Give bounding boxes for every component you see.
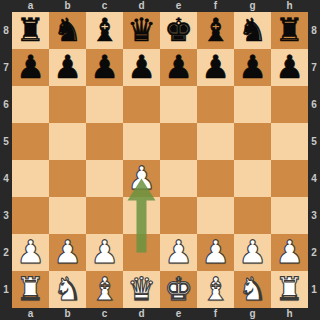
coord-label-4: 4 bbox=[0, 160, 12, 197]
coord-label-5: 5 bbox=[308, 123, 320, 160]
square-b7[interactable]: ♟ bbox=[49, 49, 86, 86]
piece-black-rook-a8[interactable]: ♜ bbox=[12, 12, 49, 49]
piece-black-knight-b8[interactable]: ♞ bbox=[49, 12, 86, 49]
square-f7[interactable]: ♟ bbox=[197, 49, 234, 86]
piece-white-rook-h1[interactable]: ♜ bbox=[271, 271, 308, 308]
piece-white-rook-a1[interactable]: ♜ bbox=[12, 271, 49, 308]
square-c1[interactable]: ♝ bbox=[86, 271, 123, 308]
square-h4[interactable] bbox=[271, 160, 308, 197]
square-e5[interactable] bbox=[160, 123, 197, 160]
square-b1[interactable]: ♞ bbox=[49, 271, 86, 308]
coord-label-e: e bbox=[160, 308, 197, 320]
square-e7[interactable]: ♟ bbox=[160, 49, 197, 86]
square-a1[interactable]: ♜ bbox=[12, 271, 49, 308]
square-d6[interactable] bbox=[123, 86, 160, 123]
square-c6[interactable] bbox=[86, 86, 123, 123]
square-c4[interactable] bbox=[86, 160, 123, 197]
square-b8[interactable]: ♞ bbox=[49, 12, 86, 49]
square-c3[interactable] bbox=[86, 197, 123, 234]
square-b4[interactable] bbox=[49, 160, 86, 197]
square-f1[interactable]: ♝ bbox=[197, 271, 234, 308]
coord-label-8: 8 bbox=[0, 12, 12, 49]
piece-black-pawn-a7[interactable]: ♟ bbox=[12, 49, 49, 86]
piece-black-queen-d8[interactable]: ♛ bbox=[123, 12, 160, 49]
coord-label-8: 8 bbox=[308, 12, 320, 49]
coord-label-b: b bbox=[49, 308, 86, 320]
piece-black-pawn-b7[interactable]: ♟ bbox=[49, 49, 86, 86]
file-labels-bottom: abcdefgh bbox=[12, 308, 308, 320]
piece-black-knight-g8[interactable]: ♞ bbox=[234, 12, 271, 49]
rank-labels-left: 87654321 bbox=[0, 12, 12, 308]
square-c8[interactable]: ♝ bbox=[86, 12, 123, 49]
coord-label-7: 7 bbox=[308, 49, 320, 86]
square-e6[interactable] bbox=[160, 86, 197, 123]
square-b2[interactable]: ♟ bbox=[49, 234, 86, 271]
chess-board: ♜♞♝♛♚♝♞♜♟♟♟♟♟♟♟♟♟♟♟♟♟♟♟♟♜♞♝♛♚♝♞♜ bbox=[12, 12, 308, 308]
square-d5[interactable] bbox=[123, 123, 160, 160]
coord-label-f: f bbox=[197, 308, 234, 320]
square-h3[interactable] bbox=[271, 197, 308, 234]
piece-black-pawn-e7[interactable]: ♟ bbox=[160, 49, 197, 86]
piece-black-pawn-c7[interactable]: ♟ bbox=[86, 49, 123, 86]
rank-labels-right: 87654321 bbox=[308, 12, 320, 308]
coord-label-2: 2 bbox=[308, 234, 320, 271]
piece-black-pawn-h7[interactable]: ♟ bbox=[271, 49, 308, 86]
chess-board-frame: abcdefgh 87654321 87654321 abcdefgh ♜♞♝♛… bbox=[0, 0, 320, 320]
square-e2[interactable]: ♟ bbox=[160, 234, 197, 271]
square-g5[interactable] bbox=[234, 123, 271, 160]
square-d2[interactable] bbox=[123, 234, 160, 271]
square-f2[interactable]: ♟ bbox=[197, 234, 234, 271]
coord-label-1: 1 bbox=[308, 271, 320, 308]
square-a4[interactable] bbox=[12, 160, 49, 197]
coord-label-h: h bbox=[271, 308, 308, 320]
square-f4[interactable] bbox=[197, 160, 234, 197]
square-d7[interactable]: ♟ bbox=[123, 49, 160, 86]
square-h8[interactable]: ♜ bbox=[271, 12, 308, 49]
square-g8[interactable]: ♞ bbox=[234, 12, 271, 49]
piece-black-pawn-g7[interactable]: ♟ bbox=[234, 49, 271, 86]
square-h7[interactable]: ♟ bbox=[271, 49, 308, 86]
coord-label-7: 7 bbox=[0, 49, 12, 86]
coord-label-2: 2 bbox=[0, 234, 12, 271]
square-a2[interactable]: ♟ bbox=[12, 234, 49, 271]
square-d3[interactable] bbox=[123, 197, 160, 234]
square-f6[interactable] bbox=[197, 86, 234, 123]
square-g4[interactable] bbox=[234, 160, 271, 197]
piece-white-pawn-h2[interactable]: ♟ bbox=[271, 234, 308, 271]
piece-white-pawn-f2[interactable]: ♟ bbox=[197, 234, 234, 271]
square-a7[interactable]: ♟ bbox=[12, 49, 49, 86]
piece-white-knight-g1[interactable]: ♞ bbox=[234, 271, 271, 308]
square-e3[interactable] bbox=[160, 197, 197, 234]
piece-black-bishop-f8[interactable]: ♝ bbox=[197, 12, 234, 49]
coord-label-6: 6 bbox=[0, 86, 12, 123]
coord-label-4: 4 bbox=[308, 160, 320, 197]
coord-label-a: a bbox=[12, 308, 49, 320]
square-g7[interactable]: ♟ bbox=[234, 49, 271, 86]
piece-white-pawn-g2[interactable]: ♟ bbox=[234, 234, 271, 271]
square-a5[interactable] bbox=[12, 123, 49, 160]
square-f5[interactable] bbox=[197, 123, 234, 160]
piece-white-king-e1[interactable]: ♚ bbox=[160, 271, 197, 308]
piece-white-queen-d1[interactable]: ♛ bbox=[123, 271, 160, 308]
square-c7[interactable]: ♟ bbox=[86, 49, 123, 86]
piece-white-knight-b1[interactable]: ♞ bbox=[49, 271, 86, 308]
square-h1[interactable]: ♜ bbox=[271, 271, 308, 308]
piece-white-bishop-c1[interactable]: ♝ bbox=[86, 271, 123, 308]
piece-black-pawn-d7[interactable]: ♟ bbox=[123, 49, 160, 86]
square-e1[interactable]: ♚ bbox=[160, 271, 197, 308]
square-c2[interactable]: ♟ bbox=[86, 234, 123, 271]
square-d8[interactable]: ♛ bbox=[123, 12, 160, 49]
coord-label-3: 3 bbox=[0, 197, 12, 234]
square-h2[interactable]: ♟ bbox=[271, 234, 308, 271]
square-a6[interactable] bbox=[12, 86, 49, 123]
square-a8[interactable]: ♜ bbox=[12, 12, 49, 49]
square-d1[interactable]: ♛ bbox=[123, 271, 160, 308]
piece-black-bishop-c8[interactable]: ♝ bbox=[86, 12, 123, 49]
piece-white-pawn-a2[interactable]: ♟ bbox=[12, 234, 49, 271]
piece-white-bishop-f1[interactable]: ♝ bbox=[197, 271, 234, 308]
coord-label-3: 3 bbox=[308, 197, 320, 234]
piece-white-pawn-b2[interactable]: ♟ bbox=[49, 234, 86, 271]
square-h5[interactable] bbox=[271, 123, 308, 160]
square-c5[interactable] bbox=[86, 123, 123, 160]
piece-white-pawn-c2[interactable]: ♟ bbox=[86, 234, 123, 271]
square-b3[interactable] bbox=[49, 197, 86, 234]
coord-label-5: 5 bbox=[0, 123, 12, 160]
piece-white-pawn-d4[interactable]: ♟ bbox=[123, 160, 160, 197]
square-a3[interactable] bbox=[12, 197, 49, 234]
square-g1[interactable]: ♞ bbox=[234, 271, 271, 308]
square-e8[interactable]: ♚ bbox=[160, 12, 197, 49]
coord-label-6: 6 bbox=[308, 86, 320, 123]
square-g6[interactable] bbox=[234, 86, 271, 123]
square-e4[interactable] bbox=[160, 160, 197, 197]
square-g2[interactable]: ♟ bbox=[234, 234, 271, 271]
square-b5[interactable] bbox=[49, 123, 86, 160]
square-g3[interactable] bbox=[234, 197, 271, 234]
coord-label-c: c bbox=[86, 308, 123, 320]
piece-black-pawn-f7[interactable]: ♟ bbox=[197, 49, 234, 86]
square-f8[interactable]: ♝ bbox=[197, 12, 234, 49]
coord-label-1: 1 bbox=[0, 271, 12, 308]
piece-black-king-e8[interactable]: ♚ bbox=[160, 12, 197, 49]
square-d4[interactable]: ♟ bbox=[123, 160, 160, 197]
square-h6[interactable] bbox=[271, 86, 308, 123]
piece-black-rook-h8[interactable]: ♜ bbox=[271, 12, 308, 49]
piece-white-pawn-e2[interactable]: ♟ bbox=[160, 234, 197, 271]
square-b6[interactable] bbox=[49, 86, 86, 123]
coord-label-g: g bbox=[234, 308, 271, 320]
coord-label-d: d bbox=[123, 308, 160, 320]
square-f3[interactable] bbox=[197, 197, 234, 234]
